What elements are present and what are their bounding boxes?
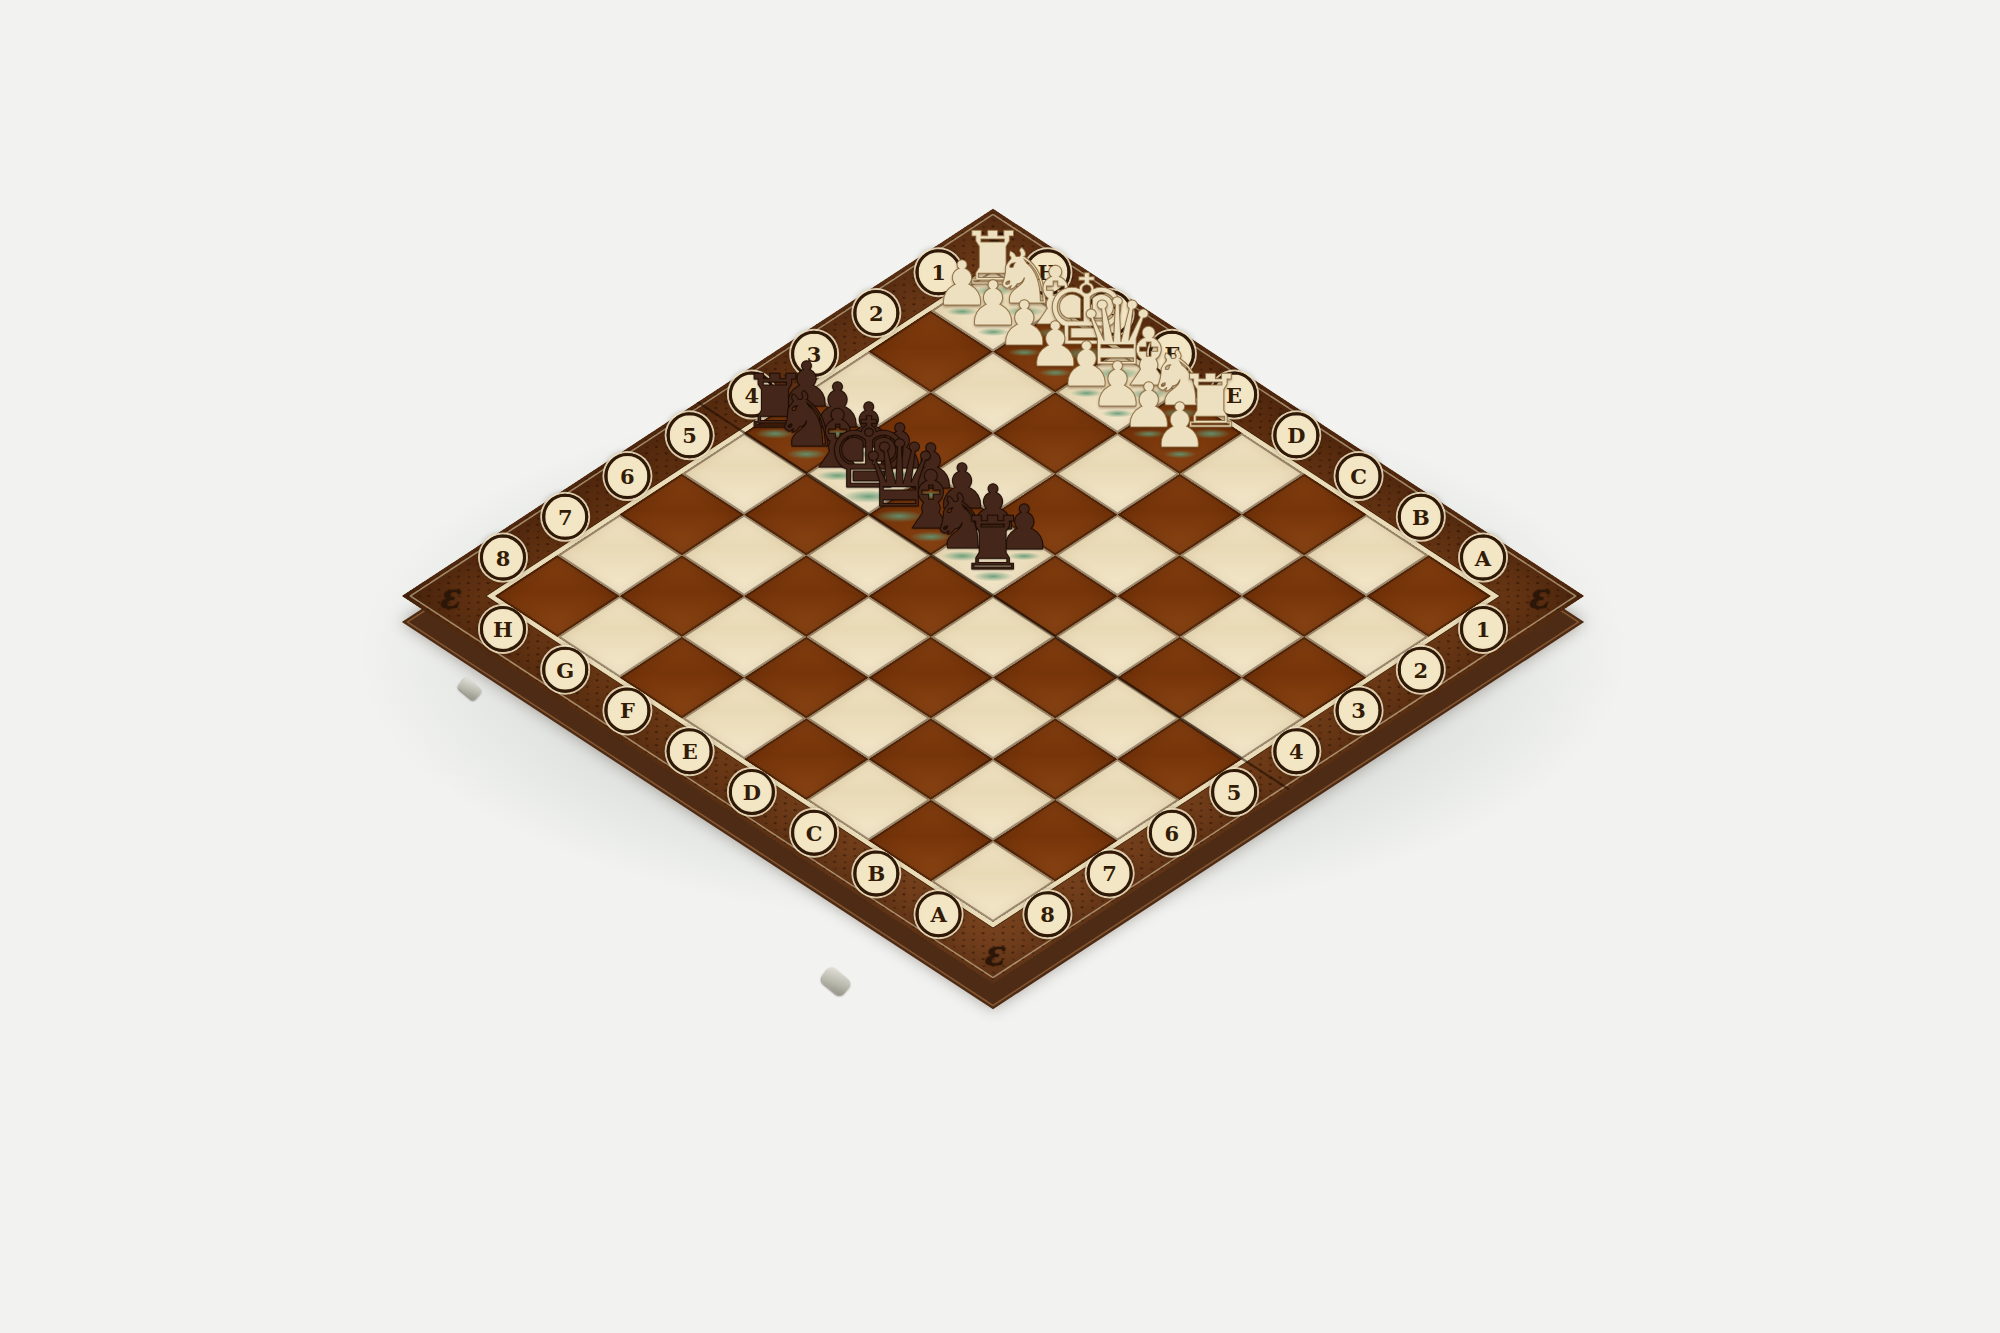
file-label-d: D [729,769,775,815]
file-label-h: H [1024,249,1070,295]
file-label-e: E [667,728,713,774]
file-label-b: B [1398,494,1444,540]
rank-label-2: 2 [853,290,899,336]
rank-label-6: 6 [1149,810,1195,856]
rank-label-1: 1 [1460,606,1506,652]
rank-label-3: 3 [791,331,837,377]
rank-label-1: 1 [916,249,962,295]
rank-label-6: 6 [604,453,650,499]
file-label-a: A [1460,535,1506,581]
rank-label-5: 5 [667,412,713,458]
file-label-g: G [1087,290,1133,336]
file-label-c: C [791,810,837,856]
scroll-ornament-icon: ε [983,933,1004,973]
scroll-ornament-icon: ε [438,576,459,616]
rank-label-8: 8 [1024,891,1070,937]
rank-label-3: 3 [1336,687,1382,733]
file-label-d: D [1273,412,1319,458]
photo-stage: εABCDEFGHε8877665544332211εABCDEFGHε♜♞♝♛… [0,0,2000,1333]
file-label-g: G [542,647,588,693]
file-label-c: C [1336,453,1382,499]
rank-label-4: 4 [1273,728,1319,774]
rank-label-5: 5 [1211,769,1257,815]
file-label-f: F [604,687,650,733]
file-label-e: E [1211,372,1257,418]
rank-label-7: 7 [542,494,588,540]
latch-hardware [819,965,853,998]
file-label-a: A [916,891,962,937]
file-label-f: F [1149,331,1195,377]
rank-label-4: 4 [729,372,775,418]
file-label-b: B [853,850,899,896]
rank-label-8: 8 [480,535,526,581]
rank-label-7: 7 [1087,850,1133,896]
file-label-h: H [480,606,526,652]
rank-label-2: 2 [1398,647,1444,693]
scroll-ornament-icon: ε [983,219,1004,259]
scroll-ornament-icon: ε [1527,576,1548,616]
